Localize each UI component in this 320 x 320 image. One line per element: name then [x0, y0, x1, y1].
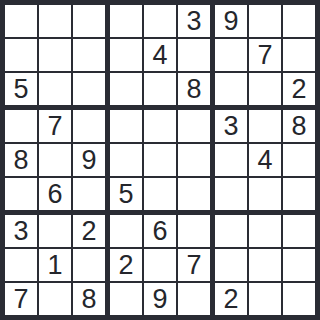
cell-r3c9[interactable]: 2 — [283, 73, 315, 110]
cell-r3c8[interactable] — [249, 73, 283, 110]
cell-r6c1[interactable] — [5, 178, 39, 215]
cell-r4c2[interactable]: 7 — [39, 110, 73, 144]
cell-r8c6[interactable]: 7 — [178, 249, 215, 283]
cell-r8c5[interactable] — [144, 249, 178, 283]
cell-r6c3[interactable] — [73, 178, 110, 215]
cell-r2c9[interactable] — [283, 39, 315, 73]
cell-r4c3[interactable] — [73, 110, 110, 144]
cell-r5c4[interactable] — [110, 144, 144, 178]
cell-r1c5[interactable] — [144, 5, 178, 39]
cell-r6c4[interactable]: 5 — [110, 178, 144, 215]
cell-r8c4[interactable]: 2 — [110, 249, 144, 283]
sudoku-page: 3947582738894653261277892 — [0, 0, 320, 320]
cell-r1c9[interactable] — [283, 5, 315, 39]
cell-r4c4[interactable] — [110, 110, 144, 144]
cell-r5c5[interactable] — [144, 144, 178, 178]
cell-r7c6[interactable] — [178, 215, 215, 249]
cell-r6c9[interactable] — [283, 178, 315, 215]
cell-r1c2[interactable] — [39, 5, 73, 39]
cell-r7c5[interactable]: 6 — [144, 215, 178, 249]
cell-r9c5[interactable]: 9 — [144, 283, 178, 315]
cell-r4c1[interactable] — [5, 110, 39, 144]
cell-r9c1[interactable]: 7 — [5, 283, 39, 315]
cell-r3c4[interactable] — [110, 73, 144, 110]
cell-r1c3[interactable] — [73, 5, 110, 39]
cell-r9c8[interactable] — [249, 283, 283, 315]
cell-r7c3[interactable]: 2 — [73, 215, 110, 249]
cell-r2c1[interactable] — [5, 39, 39, 73]
cell-r2c8[interactable]: 7 — [249, 39, 283, 73]
cell-r3c3[interactable] — [73, 73, 110, 110]
cell-r3c2[interactable] — [39, 73, 73, 110]
cell-r8c8[interactable] — [249, 249, 283, 283]
cell-r5c8[interactable]: 4 — [249, 144, 283, 178]
cell-r4c6[interactable] — [178, 110, 215, 144]
cell-r4c5[interactable] — [144, 110, 178, 144]
cell-r7c8[interactable] — [249, 215, 283, 249]
cell-r2c3[interactable] — [73, 39, 110, 73]
cell-r8c9[interactable] — [283, 249, 315, 283]
cell-r6c5[interactable] — [144, 178, 178, 215]
cell-r9c9[interactable] — [283, 283, 315, 315]
cell-r8c7[interactable] — [215, 249, 249, 283]
cell-r4c8[interactable] — [249, 110, 283, 144]
sudoku-board: 3947582738894653261277892 — [0, 0, 320, 320]
cell-r5c7[interactable] — [215, 144, 249, 178]
cell-r7c9[interactable] — [283, 215, 315, 249]
cell-r1c1[interactable] — [5, 5, 39, 39]
cell-r1c6[interactable]: 3 — [178, 5, 215, 39]
cell-r3c1[interactable]: 5 — [5, 73, 39, 110]
cell-r3c5[interactable] — [144, 73, 178, 110]
cell-r2c5[interactable]: 4 — [144, 39, 178, 73]
cell-r8c2[interactable]: 1 — [39, 249, 73, 283]
cell-r4c7[interactable]: 3 — [215, 110, 249, 144]
cell-r7c4[interactable] — [110, 215, 144, 249]
cell-r6c7[interactable] — [215, 178, 249, 215]
cell-r5c6[interactable] — [178, 144, 215, 178]
cell-r1c8[interactable] — [249, 5, 283, 39]
cell-r5c2[interactable] — [39, 144, 73, 178]
cell-r9c4[interactable] — [110, 283, 144, 315]
cell-r3c6[interactable]: 8 — [178, 73, 215, 110]
cell-r2c6[interactable] — [178, 39, 215, 73]
cell-r5c9[interactable] — [283, 144, 315, 178]
cell-r1c4[interactable] — [110, 5, 144, 39]
cell-r9c6[interactable] — [178, 283, 215, 315]
cell-r1c7[interactable]: 9 — [215, 5, 249, 39]
cell-r2c4[interactable] — [110, 39, 144, 73]
cell-r9c3[interactable]: 8 — [73, 283, 110, 315]
cell-r7c7[interactable] — [215, 215, 249, 249]
cell-r7c2[interactable] — [39, 215, 73, 249]
cell-r6c6[interactable] — [178, 178, 215, 215]
cell-r8c3[interactable] — [73, 249, 110, 283]
cell-r3c7[interactable] — [215, 73, 249, 110]
cell-r6c8[interactable] — [249, 178, 283, 215]
cell-r6c2[interactable]: 6 — [39, 178, 73, 215]
cell-r2c7[interactable] — [215, 39, 249, 73]
cell-r4c9[interactable]: 8 — [283, 110, 315, 144]
cell-r9c2[interactable] — [39, 283, 73, 315]
cell-r7c1[interactable]: 3 — [5, 215, 39, 249]
cell-r9c7[interactable]: 2 — [215, 283, 249, 315]
cell-r2c2[interactable] — [39, 39, 73, 73]
cell-r5c1[interactable]: 8 — [5, 144, 39, 178]
cell-r8c1[interactable] — [5, 249, 39, 283]
cell-r5c3[interactable]: 9 — [73, 144, 110, 178]
